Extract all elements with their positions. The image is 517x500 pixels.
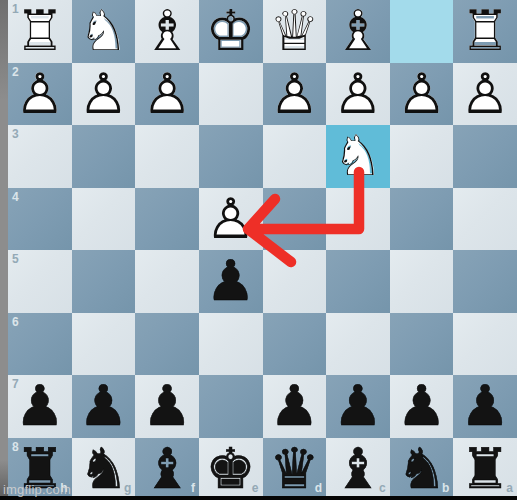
white-knight: ♘: [72, 0, 136, 63]
square-a7[interactable]: ♟: [453, 375, 517, 438]
square-a6[interactable]: [453, 313, 517, 376]
square-b8[interactable]: b♞: [390, 438, 454, 500]
square-e6[interactable]: [199, 313, 263, 376]
white-queen-fill: ♛: [263, 0, 327, 63]
square-g3[interactable]: [72, 125, 136, 188]
black-pawn: ♟: [263, 375, 327, 438]
white-pawn: ♙: [326, 63, 390, 126]
white-pawn: ♙: [135, 63, 199, 126]
square-b6[interactable]: [390, 313, 454, 376]
square-d6[interactable]: [263, 313, 327, 376]
square-d7[interactable]: ♟: [263, 375, 327, 438]
square-f1[interactable]: ♝♗: [135, 0, 199, 63]
square-c6[interactable]: [326, 313, 390, 376]
rank-label-7: 7: [12, 378, 19, 390]
square-b3[interactable]: [390, 125, 454, 188]
white-pawn-fill: ♟: [199, 188, 263, 251]
square-g5[interactable]: [72, 250, 136, 313]
file-label-b: b: [442, 482, 449, 494]
square-g4[interactable]: [72, 188, 136, 251]
square-e8[interactable]: e♚: [199, 438, 263, 500]
white-pawn-fill: ♟: [263, 63, 327, 126]
square-f5[interactable]: [135, 250, 199, 313]
square-f3[interactable]: [135, 125, 199, 188]
square-b4[interactable]: [390, 188, 454, 251]
white-knight: ♘: [326, 125, 390, 188]
square-f4[interactable]: [135, 188, 199, 251]
square-d2[interactable]: ♟♙: [263, 63, 327, 126]
square-d1[interactable]: ♛♕: [263, 0, 327, 63]
square-c3[interactable]: ♞♘: [326, 125, 390, 188]
square-h1[interactable]: 1♜♖: [8, 0, 72, 63]
square-h7[interactable]: 7♟: [8, 375, 72, 438]
file-label-g: g: [124, 482, 131, 494]
chess-board[interactable]: 1♜♖♞♘♝♗♚♔♛♕♝♗♜♖2♟♙♟♙♟♙♟♙♟♙♟♙♟♙3♞♘4♟♙5♟67…: [8, 0, 517, 500]
white-pawn-fill: ♟: [135, 63, 199, 126]
black-pawn: ♟: [390, 375, 454, 438]
black-pawn: ♟: [72, 375, 136, 438]
file-label-a: a: [506, 482, 513, 494]
square-e7[interactable]: [199, 375, 263, 438]
white-rook: ♖: [453, 0, 517, 63]
left-gutter: [0, 0, 8, 500]
square-b2[interactable]: ♟♙: [390, 63, 454, 126]
square-g1[interactable]: ♞♘: [72, 0, 136, 63]
square-e2[interactable]: [199, 63, 263, 126]
file-label-c: c: [379, 482, 386, 494]
rank-label-2: 2: [12, 66, 19, 78]
square-e4[interactable]: ♟♙: [199, 188, 263, 251]
file-label-f: f: [191, 482, 195, 494]
square-e1[interactable]: ♚♔: [199, 0, 263, 63]
rank-label-1: 1: [12, 3, 19, 15]
square-c4[interactable]: [326, 188, 390, 251]
square-a4[interactable]: [453, 188, 517, 251]
square-c7[interactable]: ♟: [326, 375, 390, 438]
square-a1[interactable]: ♜♖: [453, 0, 517, 63]
square-b5[interactable]: [390, 250, 454, 313]
square-a2[interactable]: ♟♙: [453, 63, 517, 126]
file-label-d: d: [315, 482, 322, 494]
white-knight-fill: ♞: [72, 0, 136, 63]
white-pawn-fill: ♟: [453, 63, 517, 126]
white-bishop: ♗: [326, 0, 390, 63]
square-f2[interactable]: ♟♙: [135, 63, 199, 126]
square-a3[interactable]: [453, 125, 517, 188]
black-pawn: ♟: [199, 250, 263, 313]
white-pawn: ♙: [390, 63, 454, 126]
square-f7[interactable]: ♟: [135, 375, 199, 438]
black-bishop: ♝: [135, 438, 199, 500]
white-rook-fill: ♜: [453, 0, 517, 63]
square-d5[interactable]: [263, 250, 327, 313]
square-h4[interactable]: 4: [8, 188, 72, 251]
square-d8[interactable]: d♛: [263, 438, 327, 500]
rank-label-8: 8: [12, 441, 19, 453]
square-e5[interactable]: ♟: [199, 250, 263, 313]
imgflip-watermark: imgflip.com: [3, 482, 71, 497]
square-d3[interactable]: [263, 125, 327, 188]
white-pawn-fill: ♟: [326, 63, 390, 126]
square-h2[interactable]: 2♟♙: [8, 63, 72, 126]
black-pawn: ♟: [326, 375, 390, 438]
white-pawn: ♙: [263, 63, 327, 126]
white-bishop: ♗: [135, 0, 199, 63]
square-b7[interactable]: ♟: [390, 375, 454, 438]
white-king-fill: ♚: [199, 0, 263, 63]
square-f8[interactable]: f♝: [135, 438, 199, 500]
white-bishop-fill: ♝: [135, 0, 199, 63]
square-c5[interactable]: [326, 250, 390, 313]
square-g2[interactable]: ♟♙: [72, 63, 136, 126]
white-pawn-fill: ♟: [390, 63, 454, 126]
square-h3[interactable]: 3: [8, 125, 72, 188]
file-label-e: e: [252, 482, 259, 494]
square-d4[interactable]: [263, 188, 327, 251]
white-knight-fill: ♞: [326, 125, 390, 188]
square-c1[interactable]: ♝♗: [326, 0, 390, 63]
square-c8[interactable]: c♝: [326, 438, 390, 500]
white-king: ♔: [199, 0, 263, 63]
rank-label-5: 5: [12, 253, 19, 265]
white-pawn: ♙: [453, 63, 517, 126]
white-queen: ♕: [263, 0, 327, 63]
black-pawn: ♟: [453, 375, 517, 438]
square-g8[interactable]: g♞: [72, 438, 136, 500]
rank-label-4: 4: [12, 191, 19, 203]
bottom-border-bar: [0, 496, 517, 500]
white-bishop-fill: ♝: [326, 0, 390, 63]
square-a5[interactable]: [453, 250, 517, 313]
square-b1[interactable]: [390, 0, 454, 63]
square-g7[interactable]: ♟: [72, 375, 136, 438]
square-c2[interactable]: ♟♙: [326, 63, 390, 126]
square-g6[interactable]: [72, 313, 136, 376]
white-pawn: ♙: [199, 188, 263, 251]
square-h5[interactable]: 5: [8, 250, 72, 313]
square-a8[interactable]: a♜: [453, 438, 517, 500]
white-pawn-fill: ♟: [72, 63, 136, 126]
rank-label-3: 3: [12, 128, 19, 140]
square-e3[interactable]: [199, 125, 263, 188]
black-pawn: ♟: [135, 375, 199, 438]
square-h6[interactable]: 6: [8, 313, 72, 376]
square-f6[interactable]: [135, 313, 199, 376]
white-pawn: ♙: [72, 63, 136, 126]
chess-meme-frame: 1♜♖♞♘♝♗♚♔♛♕♝♗♜♖2♟♙♟♙♟♙♟♙♟♙♟♙♟♙3♞♘4♟♙5♟67…: [0, 0, 517, 500]
rank-label-6: 6: [12, 316, 19, 328]
